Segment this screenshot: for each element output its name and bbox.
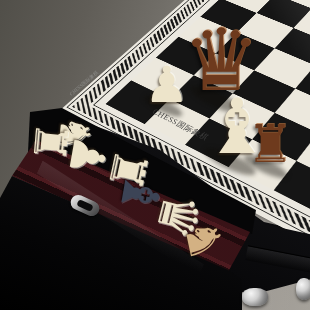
chess-set-photo: CHESS国际象棋 CHESS国际象棋 ♞ ♜ ♟ ♜ ♝ ♛ ♞ ♟ ♛ ♝ … bbox=[0, 0, 310, 310]
chrome-foot-right bbox=[296, 278, 310, 300]
board-dark-rook[interactable]: ♜ bbox=[244, 118, 296, 170]
chrome-foot bbox=[242, 288, 268, 306]
drawer-handle-hole bbox=[76, 199, 93, 212]
stored-tan-knight[interactable]: ♞ bbox=[177, 213, 232, 268]
